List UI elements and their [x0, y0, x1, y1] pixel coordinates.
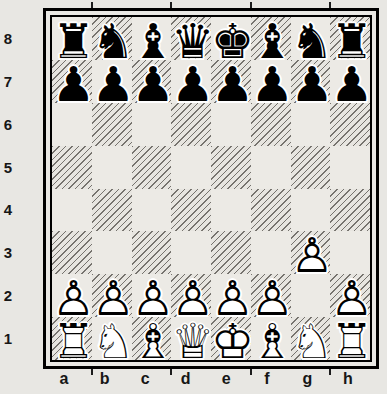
piece-black-king-e8[interactable]: ♚♚ [211, 17, 251, 60]
square-g6[interactable] [291, 103, 331, 146]
border-tick [170, 2, 172, 8]
piece-glyph: ♘ [291, 317, 334, 365]
piece-black-pawn-g7[interactable]: ♟♟ [291, 60, 331, 103]
square-h4[interactable] [330, 189, 370, 232]
piece-glyph: ♗ [251, 317, 294, 365]
square-f8[interactable]: ♝♝ [251, 17, 291, 60]
square-c4[interactable] [132, 189, 172, 232]
square-h3[interactable] [330, 231, 370, 274]
file-label-b: b [95, 370, 115, 388]
square-h2[interactable]: ♟♙ [330, 274, 370, 317]
piece-black-pawn-h7[interactable]: ♟♟ [330, 60, 370, 103]
square-a7[interactable]: ♟♟ [52, 60, 92, 103]
piece-black-pawn-e7[interactable]: ♟♟ [211, 60, 251, 103]
square-a6[interactable] [52, 103, 92, 146]
board-inner-frame: ♜♜♞♞♝♝♛♛♚♚♝♝♞♞♜♜♟♟♟♟♟♟♟♟♟♟♟♟♟♟♟♟♟♙♟♙♟♙♟♙… [50, 15, 372, 362]
square-f1[interactable]: ♝♗ [251, 317, 291, 360]
board-grid: ♜♜♞♞♝♝♛♛♚♚♝♝♞♞♜♜♟♟♟♟♟♟♟♟♟♟♟♟♟♟♟♟♟♙♟♙♟♙♟♙… [52, 17, 370, 360]
square-d5[interactable] [171, 146, 211, 189]
file-label-g: g [297, 370, 317, 388]
piece-glyph: ♟ [291, 60, 334, 108]
square-d8[interactable]: ♛♛ [171, 17, 211, 60]
square-b2[interactable]: ♟♙ [92, 274, 132, 317]
border-tick [250, 2, 252, 8]
piece-glyph: ♖ [52, 317, 95, 365]
square-e3[interactable] [211, 231, 251, 274]
rank-labels: 87654321 [0, 17, 16, 360]
piece-glyph: ♗ [132, 317, 175, 365]
square-c3[interactable] [132, 231, 172, 274]
piece-black-pawn-f7[interactable]: ♟♟ [251, 60, 291, 103]
piece-black-rook-a8[interactable]: ♜♜ [52, 17, 92, 60]
square-g3[interactable]: ♟♙ [291, 231, 331, 274]
piece-black-bishop-c8[interactable]: ♝♝ [132, 17, 172, 60]
piece-black-pawn-a7[interactable]: ♟♟ [52, 60, 92, 103]
square-d6[interactable] [171, 103, 211, 146]
file-label-c: c [135, 370, 155, 388]
piece-white-bishop-c1[interactable]: ♝♗ [132, 317, 172, 360]
piece-white-pawn-a2[interactable]: ♟♙ [52, 274, 92, 317]
square-a1[interactable]: ♜♖ [52, 317, 92, 360]
piece-glyph: ♟ [132, 60, 175, 108]
rank-label-5: 5 [0, 146, 16, 189]
piece-white-rook-h1[interactable]: ♜♖ [330, 317, 370, 360]
square-b8[interactable]: ♞♞ [92, 17, 132, 60]
piece-black-pawn-c7[interactable]: ♟♟ [132, 60, 172, 103]
piece-white-pawn-e2[interactable]: ♟♙ [211, 274, 251, 317]
square-h6[interactable] [330, 103, 370, 146]
rank-label-4: 4 [0, 189, 16, 232]
square-b6[interactable] [92, 103, 132, 146]
square-b1[interactable]: ♞♘ [92, 317, 132, 360]
rank-label-6: 6 [0, 103, 16, 146]
square-e6[interactable] [211, 103, 251, 146]
square-d4[interactable] [171, 189, 211, 232]
square-c2[interactable]: ♟♙ [132, 274, 172, 317]
piece-white-pawn-h2[interactable]: ♟♙ [330, 274, 370, 317]
square-e2[interactable]: ♟♙ [211, 274, 251, 317]
square-a4[interactable] [52, 189, 92, 232]
rank-label-7: 7 [0, 60, 16, 103]
rank-label-3: 3 [0, 231, 16, 274]
piece-white-bishop-f1[interactable]: ♝♗ [251, 317, 291, 360]
piece-glyph: ♘ [92, 317, 135, 365]
square-a8[interactable]: ♜♜ [52, 17, 92, 60]
piece-glyph: ♟ [92, 60, 135, 108]
square-c6[interactable] [132, 103, 172, 146]
square-d1[interactable]: ♛♕ [171, 317, 211, 360]
square-b7[interactable]: ♟♟ [92, 60, 132, 103]
square-g4[interactable] [291, 189, 331, 232]
piece-glyph: ♟ [171, 60, 214, 108]
rank-label-1: 1 [0, 317, 16, 360]
square-b5[interactable] [92, 146, 132, 189]
piece-white-pawn-b2[interactable]: ♟♙ [92, 274, 132, 317]
square-h8[interactable]: ♜♜ [330, 17, 370, 60]
piece-white-pawn-g3[interactable]: ♟♙ [291, 231, 331, 274]
piece-black-bishop-f8[interactable]: ♝♝ [251, 17, 291, 60]
piece-white-pawn-d2[interactable]: ♟♙ [171, 274, 211, 317]
square-b4[interactable] [92, 189, 132, 232]
board-frame: ♜♜♞♞♝♝♛♛♚♚♝♝♞♞♜♜♟♟♟♟♟♟♟♟♟♟♟♟♟♟♟♟♟♙♟♙♟♙♟♙… [43, 8, 379, 369]
square-g2[interactable] [291, 274, 331, 317]
piece-white-rook-a1[interactable]: ♜♖ [52, 317, 92, 360]
border-tick [329, 369, 331, 375]
square-d7[interactable]: ♟♟ [171, 60, 211, 103]
piece-glyph: ♟ [251, 60, 294, 108]
chess-diagram: ♜♜♞♞♝♝♛♛♚♚♝♝♞♞♜♜♟♟♟♟♟♟♟♟♟♟♟♟♟♟♟♟♟♙♟♙♟♙♟♙… [0, 0, 387, 394]
border-tick [329, 2, 331, 8]
border-tick [250, 369, 252, 375]
square-c8[interactable]: ♝♝ [132, 17, 172, 60]
file-labels: abcdefgh [54, 367, 358, 391]
square-g7[interactable]: ♟♟ [291, 60, 331, 103]
square-a5[interactable] [52, 146, 92, 189]
square-f5[interactable] [251, 146, 291, 189]
piece-white-king-e1[interactable]: ♚♔ [211, 317, 251, 360]
square-g8[interactable]: ♞♞ [291, 17, 331, 60]
piece-white-pawn-f2[interactable]: ♟♙ [251, 274, 291, 317]
square-d3[interactable] [171, 231, 211, 274]
piece-glyph: ♖ [330, 317, 373, 365]
piece-white-queen-d1[interactable]: ♛♕ [171, 317, 211, 360]
square-h7[interactable]: ♟♟ [330, 60, 370, 103]
file-label-h: h [338, 370, 358, 388]
piece-glyph: ♟ [52, 60, 95, 108]
square-b3[interactable] [92, 231, 132, 274]
piece-white-knight-b1[interactable]: ♞♘ [92, 317, 132, 360]
square-c7[interactable]: ♟♟ [132, 60, 172, 103]
file-label-e: e [216, 370, 236, 388]
square-f7[interactable]: ♟♟ [251, 60, 291, 103]
piece-glyph: ♟ [330, 60, 373, 108]
square-e8[interactable]: ♚♚ [211, 17, 251, 60]
rank-label-8: 8 [0, 17, 16, 60]
square-c5[interactable] [132, 146, 172, 189]
square-d2[interactable]: ♟♙ [171, 274, 211, 317]
square-e4[interactable] [211, 189, 251, 232]
square-a3[interactable] [52, 231, 92, 274]
border-tick [91, 369, 93, 375]
square-c1[interactable]: ♝♗ [132, 317, 172, 360]
piece-black-pawn-b7[interactable]: ♟♟ [92, 60, 132, 103]
piece-glyph: ♔ [211, 317, 254, 365]
piece-black-queen-d8[interactable]: ♛♛ [171, 17, 211, 60]
border-tick [91, 2, 93, 8]
square-h5[interactable] [330, 146, 370, 189]
square-g1[interactable]: ♞♘ [291, 317, 331, 360]
square-f4[interactable] [251, 189, 291, 232]
piece-black-rook-h8[interactable]: ♜♜ [330, 17, 370, 60]
piece-glyph: ♙ [291, 231, 334, 279]
piece-glyph: ♕ [171, 317, 214, 365]
square-f6[interactable] [251, 103, 291, 146]
rank-label-2: 2 [0, 274, 16, 317]
square-g5[interactable] [291, 146, 331, 189]
piece-glyph: ♟ [211, 60, 254, 108]
square-a2[interactable]: ♟♙ [52, 274, 92, 317]
square-e5[interactable] [211, 146, 251, 189]
border-tick [170, 369, 172, 375]
square-f3[interactable] [251, 231, 291, 274]
piece-black-knight-g8[interactable]: ♞♞ [291, 17, 331, 60]
square-h1[interactable]: ♜♖ [330, 317, 370, 360]
piece-black-knight-b8[interactable]: ♞♞ [92, 17, 132, 60]
file-label-f: f [257, 370, 277, 388]
piece-white-pawn-c2[interactable]: ♟♙ [132, 274, 172, 317]
file-label-a: a [54, 370, 74, 388]
square-f2[interactable]: ♟♙ [251, 274, 291, 317]
file-label-d: d [176, 370, 196, 388]
square-e7[interactable]: ♟♟ [211, 60, 251, 103]
square-e1[interactable]: ♚♔ [211, 317, 251, 360]
piece-black-pawn-d7[interactable]: ♟♟ [171, 60, 211, 103]
piece-white-knight-g1[interactable]: ♞♘ [291, 317, 331, 360]
